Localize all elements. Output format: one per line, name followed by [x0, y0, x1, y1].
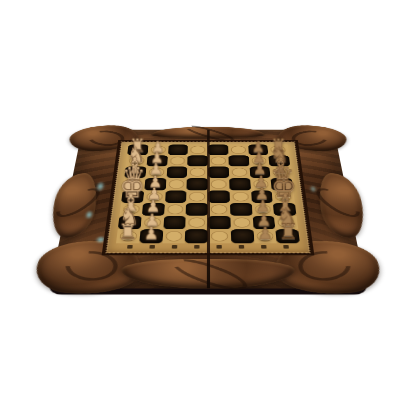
square-e5[interactable] — [208, 190, 230, 203]
square-d3[interactable] — [165, 178, 187, 190]
square-h5[interactable] — [208, 229, 231, 243]
square-c5[interactable] — [208, 166, 229, 178]
square-b4[interactable] — [187, 155, 208, 166]
square-h4[interactable] — [185, 229, 208, 243]
chess-board: ♜♟♟♜♞♟♟♞♝♟♟♝♛♟♟♛♚♟♟♚♝♟♟♝♞♟♟♞♜♟♟♜ — [116, 144, 300, 243]
square-f5[interactable] — [208, 203, 230, 216]
edge-notch — [261, 245, 267, 249]
square-h8[interactable]: ♜ — [276, 229, 300, 243]
square-f4[interactable] — [186, 203, 208, 216]
square-f6[interactable] — [230, 203, 253, 216]
square-h2[interactable]: ♟ — [139, 229, 163, 243]
edge-notch — [239, 245, 244, 249]
product-photo-scene: ♜♟♟♜♞♟♟♞♝♟♟♝♛♟♟♛♚♟♟♚♝♟♟♝♞♟♟♞♜♟♟♜ — [0, 0, 416, 416]
square-g6[interactable] — [230, 216, 253, 229]
carved-walnut-case: ♜♟♟♜♞♟♟♞♝♟♟♝♛♟♟♛♚♟♟♚♝♟♟♝♞♟♟♞♜♟♟♜ — [48, 130, 367, 295]
edge-notch — [283, 245, 289, 249]
piece-white-rook[interactable]: ♜ — [118, 221, 137, 242]
square-h3[interactable] — [162, 229, 185, 243]
carved-crest-top — [151, 127, 265, 138]
square-b5[interactable] — [208, 155, 229, 166]
square-c6[interactable] — [229, 166, 250, 178]
square-g3[interactable] — [163, 216, 186, 229]
square-h6[interactable] — [231, 229, 254, 243]
square-b6[interactable] — [228, 155, 249, 166]
square-c3[interactable] — [166, 166, 187, 178]
square-d4[interactable] — [187, 178, 208, 190]
square-h1[interactable]: ♜ — [116, 229, 140, 243]
square-a5[interactable] — [208, 144, 228, 155]
carved-wing-left — [46, 173, 101, 238]
square-e3[interactable] — [165, 190, 187, 203]
edge-notch — [149, 245, 155, 249]
square-a3[interactable] — [168, 144, 189, 155]
piece-black-pawn[interactable]: ♟ — [258, 225, 273, 242]
edge-notch — [127, 245, 133, 249]
fold-seam — [207, 130, 210, 289]
square-d6[interactable] — [229, 178, 251, 190]
square-a4[interactable] — [188, 144, 208, 155]
carved-wing-right — [315, 173, 370, 238]
square-f3[interactable] — [164, 203, 187, 216]
square-e6[interactable] — [229, 190, 251, 203]
square-d5[interactable] — [208, 178, 229, 190]
edge-notch — [216, 245, 221, 249]
square-g5[interactable] — [208, 216, 231, 229]
square-g4[interactable] — [185, 216, 208, 229]
piece-black-rook[interactable]: ♜ — [279, 221, 298, 242]
piece-white-pawn[interactable]: ♟ — [143, 225, 158, 242]
square-b3[interactable] — [167, 155, 188, 166]
reflection-glint — [309, 185, 317, 193]
edge-notch — [194, 245, 199, 249]
square-e4[interactable] — [186, 190, 208, 203]
square-h7[interactable]: ♟ — [253, 229, 277, 243]
square-c4[interactable] — [187, 166, 208, 178]
square-a6[interactable] — [228, 144, 249, 155]
edge-notch — [172, 245, 177, 249]
